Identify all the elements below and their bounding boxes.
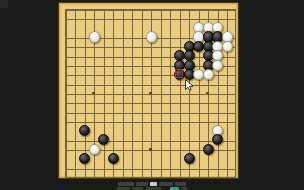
toolbar-row-1 [0, 182, 304, 186]
toolbar-row-2 [0, 187, 304, 190]
toolbar-button-2-5[interactable] [181, 187, 187, 190]
toolbar-button-2-2[interactable] [132, 187, 143, 190]
white-stone-D4 [89, 144, 100, 155]
black-stone-Q4 [203, 144, 214, 155]
window-corner-artifact [0, 0, 8, 8]
go-client-window [0, 0, 304, 190]
go-board[interactable] [58, 2, 239, 179]
last-move-marker [175, 69, 183, 77]
toolbar-button-1-3[interactable] [150, 182, 157, 186]
toolbar-button-1-4[interactable] [159, 182, 173, 186]
white-stone-S15 [222, 41, 233, 52]
white-stone-K16 [146, 31, 157, 42]
mouse-cursor-icon [185, 77, 194, 95]
black-stone-F3 [108, 153, 119, 164]
toolbar-button-2-3[interactable] [146, 187, 161, 190]
toolbar-button-2-1[interactable] [117, 187, 130, 190]
toolbar-button-1-1[interactable] [118, 182, 134, 186]
white-stone-R13 [212, 60, 223, 71]
white-stone-Q12 [203, 69, 214, 80]
toolbar-button-1-5[interactable] [175, 182, 186, 186]
toolbar-button-2-4[interactable] [170, 187, 179, 190]
black-stone-O3 [184, 153, 195, 164]
toolbar-button-1-2[interactable] [136, 182, 148, 186]
hoshi-point [149, 148, 152, 151]
bottom-toolbar [0, 182, 304, 190]
white-stone-D16 [89, 31, 100, 42]
